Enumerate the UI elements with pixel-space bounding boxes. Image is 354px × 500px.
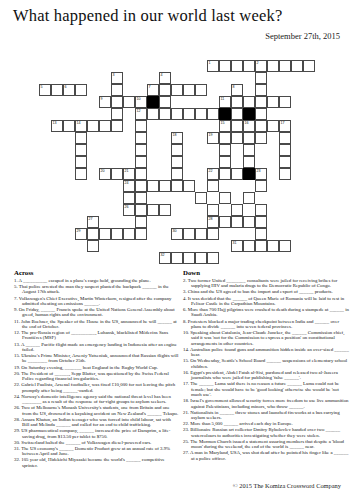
cell-number: 32	[161, 253, 165, 258]
grid-cell[interactable]: 21	[123, 168, 135, 180]
grid-cell[interactable]	[267, 96, 279, 108]
cell-number: 18	[173, 133, 177, 138]
cell-number: 21	[125, 169, 129, 174]
grid-cell[interactable]	[111, 228, 123, 240]
grid-cell[interactable]	[207, 228, 219, 240]
grid-cell[interactable]	[159, 96, 171, 108]
grid-cell[interactable]	[159, 204, 171, 216]
clue-item: 19. On Saturday evening, _______ beat En…	[14, 365, 179, 370]
grid-cell[interactable]	[159, 84, 171, 96]
grid-cell[interactable]: 32	[159, 252, 171, 264]
grid-cell[interactable]	[267, 60, 279, 72]
grid-cell[interactable]	[267, 120, 279, 132]
grid-cell[interactable]	[159, 180, 171, 192]
grid-cell[interactable]	[219, 60, 231, 72]
grid-cell[interactable]	[219, 156, 231, 168]
cell-number: 2	[257, 61, 259, 66]
clue-item: 5. Thai police arrested the man they sus…	[14, 284, 179, 295]
grid-cell[interactable]	[243, 96, 255, 108]
clue-item: 24. Norway's domestic intelligence agenc…	[14, 394, 179, 405]
grid-cell[interactable]	[87, 120, 99, 132]
across-clues-column: Across 1. A __________ escaped in a plan…	[14, 270, 179, 469]
grid-cell[interactable]	[255, 240, 267, 252]
clue-item: 1. A __________ escaped in a plane's car…	[14, 278, 179, 283]
grid-cell[interactable]: 6	[63, 84, 75, 96]
cell-number: 31	[233, 241, 237, 246]
clue-item: 25. The Mormon Church issued a statement…	[183, 439, 349, 450]
grid-cell[interactable]	[231, 108, 243, 120]
grid-cell[interactable]	[123, 192, 135, 204]
grid-cell[interactable]	[219, 132, 231, 144]
grid-cell[interactable]	[231, 120, 243, 132]
clue-item: 22. Gabriel Paulista, Arsenal footballer…	[14, 382, 179, 393]
cell-number: 14	[77, 121, 81, 126]
cell-number: 7	[149, 85, 151, 90]
clue-item: 20. The President of ______, Sepp Blatte…	[14, 371, 179, 382]
clue-item: 6. More than 700 Hajj pilgrims were crus…	[183, 307, 349, 318]
grid-cell[interactable]	[243, 156, 255, 168]
grid-cell[interactable]: 5	[39, 84, 51, 96]
cell-number: 24	[125, 181, 129, 186]
grid-cell[interactable]	[183, 228, 195, 240]
grid-cell[interactable]	[171, 108, 183, 120]
grid-cell[interactable]	[243, 192, 255, 204]
clue-item: 22. More than 5,000 ______ arrived each …	[183, 421, 349, 426]
grid-cell[interactable]: 20	[99, 168, 111, 180]
cell-number: 15	[221, 121, 225, 126]
clue-item: 17. The ______ Lama said there is no rea…	[183, 381, 349, 397]
grid-cell[interactable]	[219, 168, 231, 180]
grid-cell[interactable]: 27	[87, 216, 99, 228]
clue-item: 14. Australian police found guns and amm…	[183, 347, 349, 358]
clue-item: 32. 105 year old, Hidekichi Miyazaki bec…	[14, 457, 179, 468]
grid-cell[interactable]	[231, 60, 243, 72]
grid-cell[interactable]: 15	[219, 120, 231, 132]
grid-cell[interactable]	[207, 204, 219, 216]
grid-cell[interactable]	[255, 96, 267, 108]
grid-cell[interactable]	[147, 108, 159, 120]
grid-cell[interactable]: 26	[123, 204, 135, 216]
clue-item: 16. Egypt's president, Abdel Fatah al-Si…	[183, 370, 349, 381]
cell-number: 12	[137, 109, 141, 114]
clue-item: 10. Speaking about Catalonia, Jean-Claud…	[183, 330, 349, 346]
clue-item: 21. Nationalists in ______ threw stones …	[183, 410, 349, 421]
grid-cell[interactable]: 23	[255, 168, 267, 180]
grid-cell[interactable]	[195, 192, 207, 204]
grid-cell[interactable]	[147, 204, 159, 216]
grid-cell[interactable]	[123, 96, 135, 108]
grid-cell[interactable]	[255, 228, 267, 240]
clue-item: 11. John Boehner, the Speaker of the Hou…	[14, 319, 179, 330]
crossword-grid: 1234567891011121314151617181920212223242…	[39, 60, 315, 264]
down-clue-list: 2. Two former United ________ consultant…	[183, 278, 349, 461]
clue-item: 8. Protesters blocked a major trading ch…	[183, 319, 349, 330]
grid-cell[interactable]	[255, 132, 267, 144]
grid-cell[interactable]	[279, 96, 291, 108]
grid-cell[interactable]	[135, 216, 147, 228]
grid-cell[interactable]	[147, 180, 159, 192]
clue-item: 15. On Wednesday, Seattle's School Board…	[183, 358, 349, 369]
clue-item: 27. A man in Maryland, USA, was shot dea…	[183, 450, 349, 461]
copyright-footer: © 2015 The Komiza Crossword Company	[233, 482, 341, 489]
grid-cell[interactable]	[195, 228, 207, 240]
grid-cell[interactable]	[207, 180, 219, 192]
cell-number: 1	[209, 61, 211, 66]
grid-cell[interactable]	[135, 204, 147, 216]
down-clues-column: Down 2. Two former United ________ consu…	[183, 270, 349, 462]
puzzle-date: September 27th, 2015	[265, 31, 340, 41]
cell-number: 28	[209, 217, 213, 222]
block-cell	[147, 96, 159, 108]
grid-cell[interactable]	[303, 60, 315, 72]
cell-number: 6	[65, 85, 67, 90]
grid-cell[interactable]: 31	[231, 240, 243, 252]
cell-number: 9	[101, 97, 103, 102]
grid-cell[interactable]	[123, 228, 135, 240]
grid-cell[interactable]	[231, 168, 243, 180]
grid-cell[interactable]	[255, 180, 267, 192]
cell-number: 17	[281, 121, 285, 126]
grid-cell[interactable]	[159, 108, 171, 120]
grid-cell[interactable]	[111, 96, 123, 108]
grid-cell[interactable]	[267, 240, 279, 252]
grid-cell[interactable]	[171, 144, 183, 156]
grid-cell[interactable]	[75, 84, 87, 96]
grid-cell[interactable]	[255, 84, 267, 96]
clue-item: 13. A ______ Pacific flight made an emer…	[14, 342, 179, 353]
grid-cell[interactable]	[243, 60, 255, 72]
grid-cell[interactable]: 3	[111, 72, 123, 84]
grid-cell[interactable]: 12	[135, 108, 147, 120]
grid-cell[interactable]	[135, 192, 147, 204]
clue-item: 2. Two former United ________ consultant…	[183, 278, 349, 289]
grid-cell[interactable]	[231, 204, 243, 216]
cell-number: 27	[89, 217, 93, 222]
grid-cell[interactable]	[171, 180, 183, 192]
cell-number: 3	[113, 73, 115, 78]
cell-number: 23	[257, 169, 261, 174]
clue-item: 3. China and the US agreed to ban the im…	[183, 289, 349, 294]
grid-cell[interactable]	[75, 144, 87, 156]
grid-cell[interactable]	[135, 156, 147, 168]
grid-cell[interactable]	[291, 60, 303, 72]
grid-cell[interactable]	[219, 144, 231, 156]
grid-cell[interactable]: 13	[51, 120, 63, 132]
grid-cell[interactable]: 11	[219, 96, 231, 108]
cell-number: 8	[233, 85, 235, 90]
block-cell	[243, 108, 255, 120]
grid-cell[interactable]	[135, 168, 147, 180]
grid-cell[interactable]	[135, 120, 147, 132]
clue-item: 26. Two of Melbourne's Monash University…	[14, 405, 179, 416]
cell-number: 5	[41, 85, 43, 90]
grid-cell[interactable]: 16	[243, 120, 255, 132]
grid-cell[interactable]	[279, 240, 291, 252]
grid-cell[interactable]	[279, 156, 291, 168]
grid-cell[interactable]	[99, 228, 111, 240]
grid-cell[interactable]	[219, 216, 231, 228]
grid-cell[interactable]	[183, 84, 195, 96]
page-title: What happened in our world last week?	[13, 6, 282, 26]
grid-cell[interactable]	[99, 120, 111, 132]
cell-number: 30	[173, 229, 177, 234]
grid-cell[interactable]	[75, 132, 87, 144]
grid-cell[interactable]	[231, 132, 243, 144]
grid-cell[interactable]	[75, 156, 87, 168]
down-header: Down	[183, 270, 349, 275]
cell-number: 4	[161, 73, 163, 78]
grid-cell[interactable]	[111, 84, 123, 96]
cell-number: 19	[209, 133, 213, 138]
grid-cell[interactable]	[231, 96, 243, 108]
grid-cell[interactable]	[279, 168, 291, 180]
grid-cell[interactable]	[171, 252, 183, 264]
grid-cell[interactable]: 4	[159, 72, 171, 84]
grid-cell[interactable]	[87, 240, 99, 252]
across-clue-list: 1. A __________ escaped in a plane's car…	[14, 278, 179, 468]
grid-cell[interactable]: 24	[123, 180, 135, 192]
clue-item: 28. Ansara Khatun, an Indian teenager wh…	[14, 417, 179, 428]
block-cell	[219, 108, 231, 120]
clue-item: 30. Switzerland halted the ______ of Vol…	[14, 440, 179, 445]
grid-cell[interactable]	[255, 120, 267, 132]
cell-number: 22	[209, 169, 213, 174]
clue-item: 4. It was decided that the ______ of Que…	[183, 296, 349, 307]
grid-cell[interactable]: 29	[75, 228, 87, 240]
cell-number: 16	[245, 121, 249, 126]
grid-cell[interactable]	[195, 84, 207, 96]
clue-item: 18. Israel's government allowed security…	[183, 398, 349, 409]
grid-cell[interactable]	[243, 144, 255, 156]
grid-cell[interactable]	[183, 180, 195, 192]
grid-cell[interactable]	[63, 120, 75, 132]
grid-cell[interactable]	[279, 132, 291, 144]
grid-cell[interactable]	[171, 84, 183, 96]
crossword-page: What happened in our world last week? Se…	[0, 0, 354, 500]
grid-cell[interactable]	[111, 168, 123, 180]
grid-cell[interactable]	[135, 180, 147, 192]
grid-cell[interactable]	[183, 108, 195, 120]
grid-cell[interactable]	[195, 108, 207, 120]
grid-cell[interactable]: 7	[147, 84, 159, 96]
grid-cell[interactable]	[255, 108, 267, 120]
grid-cell[interactable]: 1	[207, 60, 219, 72]
grid-cell[interactable]	[135, 132, 147, 144]
cell-number: 13	[53, 121, 57, 126]
grid-cell[interactable]	[171, 168, 183, 180]
grid-cell[interactable]	[231, 216, 243, 228]
grid-cell[interactable]	[255, 216, 267, 228]
grid-cell[interactable]	[279, 144, 291, 156]
grid-cell[interactable]	[243, 216, 255, 228]
grid-cell[interactable]: 17	[279, 120, 291, 132]
grid-cell[interactable]	[243, 132, 255, 144]
grid-cell[interactable]	[219, 192, 231, 204]
grid-cell[interactable]: 2	[255, 60, 267, 72]
grid-cell[interactable]	[243, 240, 255, 252]
cell-number: 29	[77, 229, 81, 234]
grid-cell[interactable]	[75, 168, 87, 180]
grid-cell[interactable]: 8	[231, 84, 243, 96]
clue-item: 7. Volkswagen's Chief Executive, Martin …	[14, 296, 179, 307]
grid-cell[interactable]: 9	[99, 96, 111, 108]
clue-item: 23. Billionaire Russian art collector Dm…	[183, 427, 349, 438]
grid-cell[interactable]: 18	[171, 132, 183, 144]
grid-cell[interactable]: 14	[75, 120, 87, 132]
grid-cell[interactable]: 22	[207, 168, 219, 180]
grid-cell[interactable]: 30	[171, 228, 183, 240]
grid-cell[interactable]	[255, 204, 267, 216]
grid-cell[interactable]	[183, 252, 195, 264]
grid-cell[interactable]: 19	[207, 132, 219, 144]
across-header: Across	[14, 270, 179, 275]
grid-cell[interactable]	[279, 60, 291, 72]
grid-cell[interactable]	[207, 108, 219, 120]
grid-cell[interactable]	[87, 228, 99, 240]
grid-cell[interactable]	[195, 252, 207, 264]
grid-cell[interactable]: 28	[207, 216, 219, 228]
grid-cell[interactable]	[51, 84, 63, 96]
block-cell	[243, 168, 255, 180]
grid-cell[interactable]	[111, 108, 123, 120]
grid-cell[interactable]	[207, 252, 219, 264]
cell-number: 20	[101, 169, 105, 174]
grid-cell[interactable]	[111, 120, 123, 132]
clue-item: 12. The pro-Russia region of __________,…	[14, 330, 179, 341]
clue-item: 9. On Friday, ______ Francis spoke at th…	[14, 307, 179, 318]
grid-cell[interactable]	[255, 72, 267, 84]
grid-cell[interactable]	[135, 228, 147, 240]
clue-item: 15. Ukraine's Prime Minister, Arseniy Ya…	[14, 353, 179, 364]
grid-cell[interactable]	[171, 156, 183, 168]
cell-number: 26	[125, 205, 129, 210]
clue-item: 31. The US economy's ______ Domestic Pro…	[14, 446, 179, 457]
cell-number: 11	[221, 97, 225, 102]
grid-cell[interactable]: 10	[135, 96, 147, 108]
grid-cell[interactable]	[135, 144, 147, 156]
clue-item: 29. US pharmaceutical company, ______ in…	[14, 428, 179, 439]
cell-number: 10	[137, 97, 141, 102]
